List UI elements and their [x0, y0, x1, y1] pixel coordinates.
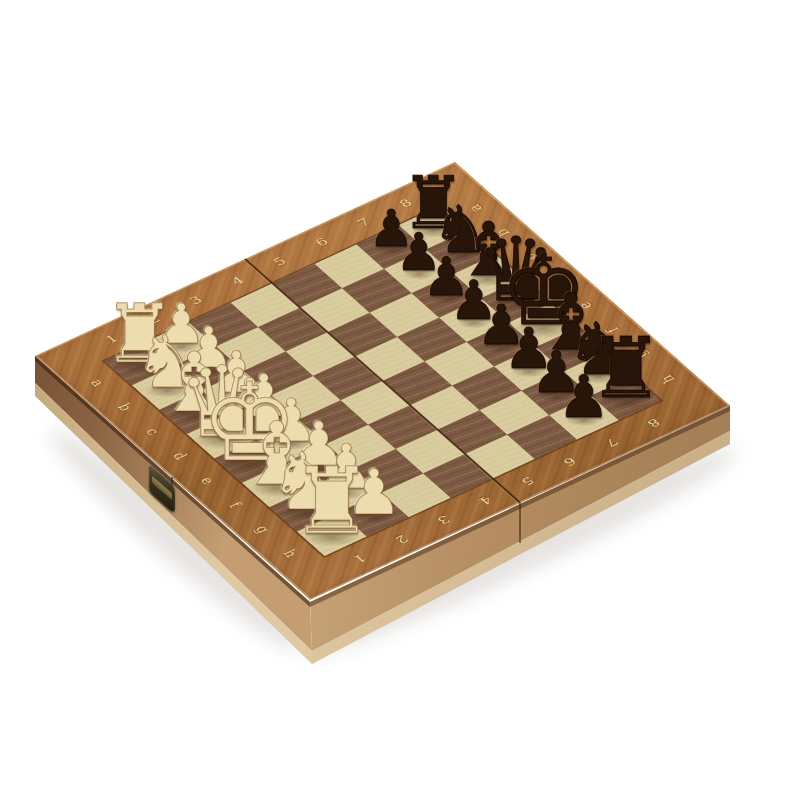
- black-pawn-h7[interactable]: ♟: [558, 368, 610, 427]
- white-rook-h1[interactable]: ♜: [290, 456, 373, 548]
- chess-set-photo: 88aa77bb66cc55dd44ee33ff22gg11hh ♜♞♝♛♚♝♞…: [0, 0, 800, 800]
- pieces-layer: ♜♞♝♛♚♝♞♜♟♟♟♟♟♟♟♟♟♟♟♟♟♟♟♟♜♞♝♛♚♝♞♜: [0, 0, 800, 800]
